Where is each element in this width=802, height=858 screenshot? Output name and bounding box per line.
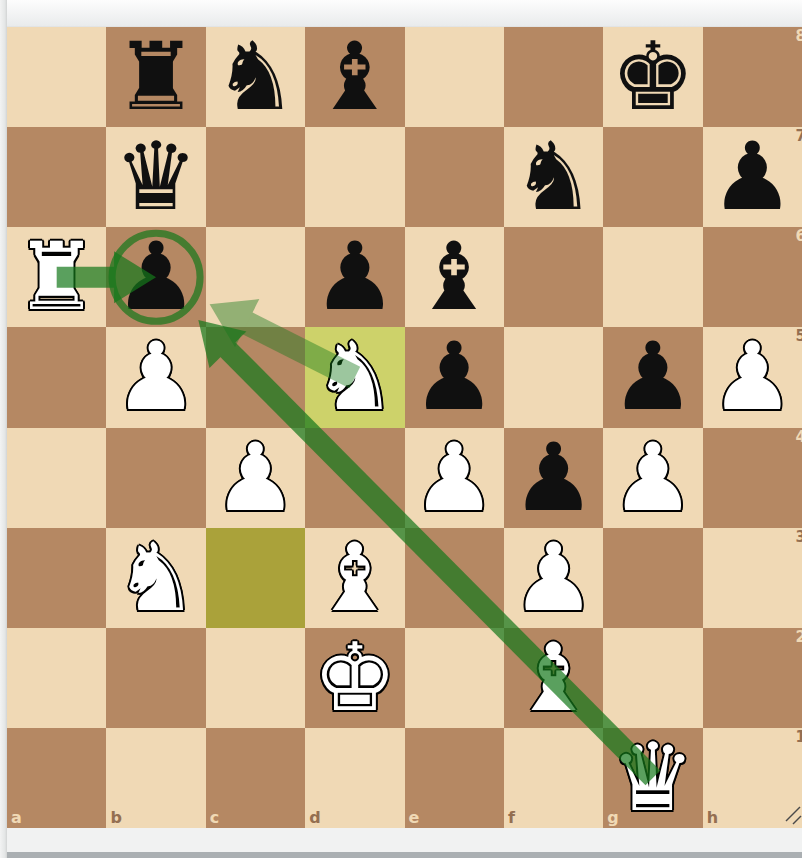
piece-white-pawn[interactable]: ♟	[504, 528, 603, 628]
piece-white-knight[interactable]: ♞	[106, 528, 205, 628]
piece-black-pawn[interactable]: ♟	[504, 428, 603, 528]
piece-black-pawn[interactable]: ♟	[305, 227, 404, 327]
square-c1[interactable]: c	[206, 728, 305, 828]
coord-file-g: g	[607, 810, 618, 826]
piece-white-pawn[interactable]: ♟	[703, 327, 802, 427]
square-g4[interactable]: ♟	[603, 428, 702, 528]
piece-black-pawn[interactable]: ♟	[703, 127, 802, 227]
square-b6[interactable]: ♟	[106, 227, 205, 327]
coord-file-c: c	[210, 810, 219, 826]
top-bar	[7, 0, 802, 27]
piece-white-pawn[interactable]: ♟	[603, 428, 702, 528]
square-c3[interactable]	[206, 528, 305, 628]
coord-file-f: f	[508, 810, 515, 826]
square-a8[interactable]	[7, 27, 106, 127]
square-c4[interactable]: ♟	[206, 428, 305, 528]
piece-black-knight[interactable]: ♞	[206, 27, 305, 127]
square-a5[interactable]	[7, 327, 106, 427]
square-e4[interactable]: ♟	[405, 428, 504, 528]
square-c6[interactable]	[206, 227, 305, 327]
square-g8[interactable]: ♚	[603, 27, 702, 127]
piece-white-pawn[interactable]: ♟	[405, 428, 504, 528]
coord-rank-2: 2	[796, 630, 802, 645]
piece-black-queen[interactable]: ♛	[106, 127, 205, 227]
square-d4[interactable]	[305, 428, 404, 528]
square-d8[interactable]: ♝	[305, 27, 404, 127]
square-e7[interactable]	[405, 127, 504, 227]
piece-black-rook[interactable]: ♜	[106, 27, 205, 127]
square-f3[interactable]: ♟	[504, 528, 603, 628]
piece-white-bishop[interactable]: ♝	[504, 628, 603, 728]
square-d7[interactable]	[305, 127, 404, 227]
square-f6[interactable]	[504, 227, 603, 327]
square-f4[interactable]: ♟	[504, 428, 603, 528]
piece-black-knight[interactable]: ♞	[504, 127, 603, 227]
square-f1[interactable]: f	[504, 728, 603, 828]
coord-rank-8: 8	[796, 29, 802, 44]
coord-rank-3: 3	[796, 530, 802, 545]
coord-rank-1: 1	[796, 730, 802, 745]
square-b8[interactable]: ♜	[106, 27, 205, 127]
coord-rank-4: 4	[796, 430, 802, 445]
square-b7[interactable]: ♛	[106, 127, 205, 227]
coord-file-h: h	[707, 810, 718, 826]
piece-white-pawn[interactable]: ♟	[206, 428, 305, 528]
piece-white-pawn[interactable]: ♟	[106, 327, 205, 427]
piece-black-pawn[interactable]: ♟	[106, 227, 205, 327]
square-g6[interactable]	[603, 227, 702, 327]
square-c2[interactable]	[206, 628, 305, 728]
piece-white-king[interactable]: ♚	[305, 628, 404, 728]
resize-diagonal-icon	[784, 804, 802, 826]
square-h2[interactable]: 2	[703, 628, 802, 728]
square-h3[interactable]: 3	[703, 528, 802, 628]
square-h8[interactable]: 8	[703, 27, 802, 127]
bottom-bar	[7, 828, 802, 858]
square-c8[interactable]: ♞	[206, 27, 305, 127]
piece-black-pawn[interactable]: ♟	[603, 327, 702, 427]
square-e3[interactable]	[405, 528, 504, 628]
coord-file-d: d	[309, 810, 320, 826]
square-a3[interactable]	[7, 528, 106, 628]
piece-black-bishop[interactable]: ♝	[405, 227, 504, 327]
square-d5[interactable]: ♞	[305, 327, 404, 427]
piece-white-bishop[interactable]: ♝	[305, 528, 404, 628]
square-f8[interactable]	[504, 27, 603, 127]
square-a7[interactable]	[7, 127, 106, 227]
square-g5[interactable]: ♟	[603, 327, 702, 427]
square-e8[interactable]	[405, 27, 504, 127]
square-c5[interactable]	[206, 327, 305, 427]
square-b4[interactable]	[106, 428, 205, 528]
square-a4[interactable]	[7, 428, 106, 528]
square-b3[interactable]: ♞	[106, 528, 205, 628]
square-c7[interactable]	[206, 127, 305, 227]
square-h6[interactable]: 6	[703, 227, 802, 327]
square-g2[interactable]	[603, 628, 702, 728]
coord-rank-6: 6	[796, 229, 802, 244]
piece-black-pawn[interactable]: ♟	[405, 327, 504, 427]
square-b5[interactable]: ♟	[106, 327, 205, 427]
square-b2[interactable]	[106, 628, 205, 728]
square-a1[interactable]: a	[7, 728, 106, 828]
square-e5[interactable]: ♟	[405, 327, 504, 427]
coord-file-b: b	[110, 810, 121, 826]
square-g3[interactable]	[603, 528, 702, 628]
piece-black-king[interactable]: ♚	[603, 27, 702, 127]
square-h5[interactable]: 5♟	[703, 327, 802, 427]
square-f7[interactable]: ♞	[504, 127, 603, 227]
square-b1[interactable]: b	[106, 728, 205, 828]
square-f2[interactable]: ♝	[504, 628, 603, 728]
piece-white-rook[interactable]: ♜	[7, 227, 106, 327]
piece-white-knight[interactable]: ♞	[305, 327, 404, 427]
square-g7[interactable]	[603, 127, 702, 227]
square-d2[interactable]: ♚	[305, 628, 404, 728]
square-d6[interactable]: ♟	[305, 227, 404, 327]
board-resize-handle[interactable]	[784, 804, 802, 826]
coord-rank-7: 7	[796, 129, 802, 144]
square-d1[interactable]: d	[305, 728, 404, 828]
coord-rank-5: 5	[796, 329, 802, 344]
square-h4[interactable]: 4	[703, 428, 802, 528]
square-e6[interactable]: ♝	[405, 227, 504, 327]
square-a2[interactable]	[7, 628, 106, 728]
coord-file-e: e	[409, 810, 420, 826]
page-side-gutter	[0, 0, 7, 858]
square-d3[interactable]: ♝	[305, 528, 404, 628]
coord-file-a: a	[11, 810, 22, 826]
square-e2[interactable]	[405, 628, 504, 728]
square-e1[interactable]: e	[405, 728, 504, 828]
square-h7[interactable]: 7♟	[703, 127, 802, 227]
piece-black-bishop[interactable]: ♝	[305, 27, 404, 127]
square-a6[interactable]: ♜	[7, 227, 106, 327]
square-f5[interactable]	[504, 327, 603, 427]
square-g1[interactable]: g♛	[603, 728, 702, 828]
chess-board[interactable]: ♜♞♝♚8♛♞7♟♜♟♟♝6♟♞♟♟5♟♟♟♟♟4♞♝♟3♚♝2abcdefg♛…	[7, 27, 802, 828]
